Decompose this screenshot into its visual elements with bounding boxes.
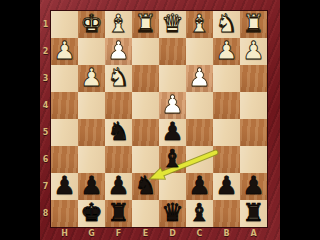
white-rook: ♜ [134,10,156,37]
rank-label-5: 5 [40,119,51,146]
square-e4[interactable] [132,92,159,119]
square-h4[interactable] [51,92,78,119]
square-e1[interactable]: ♜ [132,11,159,38]
black-knight: ♞ [134,172,156,199]
white-knight: ♞ [107,64,129,91]
square-d6[interactable]: ♝ [159,146,186,173]
square-g6[interactable] [78,146,105,173]
square-d1[interactable]: ♛ [159,11,186,38]
square-a2[interactable]: ♟ [240,38,267,65]
square-a1[interactable]: ♜ [240,11,267,38]
white-pawn: ♟ [188,64,210,91]
white-pawn: ♟ [107,37,129,64]
square-f7[interactable]: ♟ [105,173,132,200]
square-g1[interactable]: ♚ [78,11,105,38]
square-f6[interactable] [105,146,132,173]
square-b1[interactable]: ♞ [213,11,240,38]
square-b6[interactable] [213,146,240,173]
rank-label-6: 6 [40,146,51,173]
black-pawn: ♟ [107,172,129,199]
black-rook: ♜ [107,199,129,226]
square-d7[interactable] [159,173,186,200]
square-c1[interactable]: ♝ [186,11,213,38]
square-c6[interactable] [186,146,213,173]
black-pawn: ♟ [188,172,210,199]
chess-board-frame: 12345678 ♚♝♜♛♝♞♜♟♟♟♟♟♞♟♟♞♟♝♟♟♟♞♟♟♟♚♜♛♝♜ … [40,0,280,240]
rank-label-3: 3 [40,65,51,92]
rank-label-4: 4 [40,92,51,119]
white-king: ♚ [80,10,102,37]
square-f4[interactable] [105,92,132,119]
square-h7[interactable]: ♟ [51,173,78,200]
square-e6[interactable] [132,146,159,173]
square-h1[interactable] [51,11,78,38]
square-d8[interactable]: ♛ [159,200,186,227]
white-bishop: ♝ [107,10,129,37]
black-pawn: ♟ [215,172,237,199]
file-label-h: H [51,227,78,240]
square-e3[interactable] [132,65,159,92]
file-label-c: C [186,227,213,240]
square-c8[interactable]: ♝ [186,200,213,227]
square-b7[interactable]: ♟ [213,173,240,200]
square-c7[interactable]: ♟ [186,173,213,200]
square-a6[interactable] [240,146,267,173]
square-a3[interactable] [240,65,267,92]
white-pawn: ♟ [215,37,237,64]
square-g7[interactable]: ♟ [78,173,105,200]
rank-label-8: 8 [40,200,51,227]
white-pawn: ♟ [242,37,264,64]
white-knight: ♞ [215,10,237,37]
square-g4[interactable] [78,92,105,119]
square-e2[interactable] [132,38,159,65]
white-queen: ♛ [161,10,183,37]
square-c5[interactable] [186,119,213,146]
black-pawn: ♟ [242,172,264,199]
square-a8[interactable]: ♜ [240,200,267,227]
black-knight: ♞ [107,118,129,145]
square-f5[interactable]: ♞ [105,119,132,146]
square-a4[interactable] [240,92,267,119]
black-bishop: ♝ [188,199,210,226]
square-e5[interactable] [132,119,159,146]
black-bishop: ♝ [161,145,183,172]
chess-board[interactable]: ♚♝♜♛♝♞♜♟♟♟♟♟♞♟♟♞♟♝♟♟♟♞♟♟♟♚♜♛♝♜ [51,11,267,227]
square-e8[interactable] [132,200,159,227]
square-h3[interactable] [51,65,78,92]
square-a5[interactable] [240,119,267,146]
square-g3[interactable]: ♟ [78,65,105,92]
square-f2[interactable]: ♟ [105,38,132,65]
rank-label-7: 7 [40,173,51,200]
white-bishop: ♝ [188,10,210,37]
white-pawn: ♟ [80,64,102,91]
file-label-b: B [213,227,240,240]
square-f1[interactable]: ♝ [105,11,132,38]
square-d2[interactable] [159,38,186,65]
square-c4[interactable] [186,92,213,119]
black-king: ♚ [80,199,102,226]
square-h6[interactable] [51,146,78,173]
black-pawn: ♟ [80,172,102,199]
square-h2[interactable]: ♟ [51,38,78,65]
rank-labels: 12345678 [40,11,51,227]
square-e7[interactable]: ♞ [132,173,159,200]
square-d4[interactable]: ♟ [159,92,186,119]
file-labels: HGFEDCBA [51,227,267,240]
square-c3[interactable]: ♟ [186,65,213,92]
square-a7[interactable]: ♟ [240,173,267,200]
square-b4[interactable] [213,92,240,119]
file-label-a: A [240,227,267,240]
square-g5[interactable] [78,119,105,146]
square-c2[interactable] [186,38,213,65]
screenshot-background: 12345678 ♚♝♜♛♝♞♜♟♟♟♟♟♞♟♟♞♟♝♟♟♟♞♟♟♟♚♜♛♝♜ … [0,0,320,240]
black-queen: ♛ [161,199,183,226]
white-rook: ♜ [242,10,264,37]
square-b2[interactable]: ♟ [213,38,240,65]
square-f3[interactable]: ♞ [105,65,132,92]
square-g2[interactable] [78,38,105,65]
square-h5[interactable] [51,119,78,146]
file-label-f: F [105,227,132,240]
square-d5[interactable]: ♟ [159,119,186,146]
square-f8[interactable]: ♜ [105,200,132,227]
black-pawn: ♟ [161,118,183,145]
black-pawn: ♟ [53,172,75,199]
square-b5[interactable] [213,119,240,146]
square-d3[interactable] [159,65,186,92]
white-pawn: ♟ [161,91,183,118]
rank-label-2: 2 [40,38,51,65]
white-pawn: ♟ [53,37,75,64]
square-h8[interactable] [51,200,78,227]
square-b8[interactable] [213,200,240,227]
file-label-d: D [159,227,186,240]
square-g8[interactable]: ♚ [78,200,105,227]
black-rook: ♜ [242,199,264,226]
file-label-g: G [78,227,105,240]
file-label-e: E [132,227,159,240]
rank-label-1: 1 [40,11,51,38]
square-b3[interactable] [213,65,240,92]
